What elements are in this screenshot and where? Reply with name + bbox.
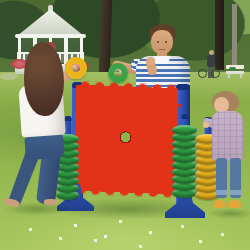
slot-r6c7 <box>73 85 178 194</box>
child-leg <box>216 158 227 198</box>
held-disc-green <box>108 63 128 83</box>
bench-leg <box>228 73 230 78</box>
child-shadow <box>208 208 250 219</box>
child-shoe <box>213 200 225 208</box>
woman-sandal <box>44 199 57 205</box>
background-person-torso <box>207 55 215 67</box>
connect-four-grid <box>73 85 178 194</box>
gazebo-roof <box>17 9 84 36</box>
park-photo-scene <box>0 0 250 250</box>
man-hand <box>146 57 155 65</box>
man-eye <box>165 41 167 43</box>
tree-trunk <box>232 4 237 68</box>
bicycle-wheel <box>211 69 220 78</box>
green-disc <box>172 125 197 135</box>
lawn-flecks <box>0 0 1 1</box>
held-disc-yellow <box>65 57 87 79</box>
background-person-with-bicycle <box>205 50 219 80</box>
path-patch <box>0 73 18 80</box>
man-smile <box>158 47 166 50</box>
child-shoe <box>228 200 241 208</box>
bench-leg <box>240 73 242 78</box>
disc-stack-right-green <box>172 114 197 198</box>
child-leg <box>230 158 241 198</box>
park-bench <box>226 65 244 78</box>
post-cap <box>176 84 190 90</box>
bicycle-wheel <box>198 69 207 78</box>
connect-four-board <box>73 85 178 194</box>
child-hand <box>203 122 209 128</box>
man-eye <box>157 41 159 43</box>
frame-strap <box>178 104 182 107</box>
child-plaid-shirt <box>212 111 243 161</box>
